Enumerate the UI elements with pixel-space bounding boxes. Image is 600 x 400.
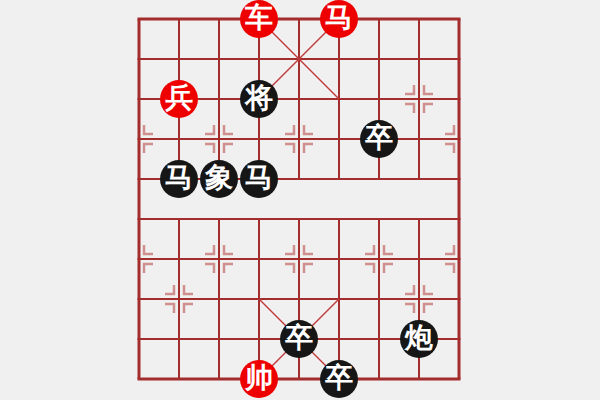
position-mark <box>144 264 153 273</box>
position-mark <box>304 245 313 254</box>
position-mark <box>424 104 433 113</box>
piece-red-horse[interactable]: 马 <box>320 0 358 38</box>
position-mark <box>205 264 214 273</box>
position-mark <box>304 144 313 153</box>
position-mark <box>445 245 454 254</box>
piece-red-pawn[interactable]: 兵 <box>160 80 198 118</box>
position-mark <box>224 264 233 273</box>
screenshot-canvas: 车马兵将卒马象马卒炮帅卒 <box>0 0 600 400</box>
xiangqi-board[interactable]: 车马兵将卒马象马卒炮帅卒 <box>0 0 600 400</box>
position-mark <box>304 125 313 134</box>
position-mark <box>384 264 393 273</box>
position-mark <box>184 304 193 313</box>
position-mark <box>405 285 414 294</box>
piece-red-chariot[interactable]: 车 <box>240 0 278 38</box>
position-mark <box>224 245 233 254</box>
position-mark <box>144 144 153 153</box>
piece-black-horse[interactable]: 马 <box>160 160 198 198</box>
piece-black-pawn[interactable]: 卒 <box>320 360 358 398</box>
position-mark <box>405 304 414 313</box>
piece-black-horse[interactable]: 马 <box>240 160 278 198</box>
position-mark <box>384 245 393 254</box>
position-mark <box>205 245 214 254</box>
piece-black-pawn[interactable]: 卒 <box>280 320 318 358</box>
position-mark <box>285 125 294 134</box>
piece-black-general[interactable]: 将 <box>240 80 278 118</box>
position-mark <box>365 264 374 273</box>
position-mark <box>165 285 174 294</box>
position-mark <box>285 245 294 254</box>
position-mark <box>165 304 174 313</box>
position-mark <box>445 264 454 273</box>
position-mark <box>424 285 433 294</box>
piece-red-general[interactable]: 帅 <box>240 360 278 398</box>
position-mark <box>144 245 153 254</box>
position-mark <box>144 125 153 134</box>
position-mark <box>224 125 233 134</box>
position-mark <box>205 125 214 134</box>
position-mark <box>224 144 233 153</box>
position-mark <box>184 285 193 294</box>
piece-black-elephant[interactable]: 象 <box>200 160 238 198</box>
position-mark <box>304 264 313 273</box>
piece-black-pawn[interactable]: 卒 <box>360 120 398 158</box>
position-mark <box>285 264 294 273</box>
position-mark <box>405 104 414 113</box>
position-mark <box>285 144 294 153</box>
position-mark <box>424 85 433 94</box>
position-mark <box>424 304 433 313</box>
position-mark <box>205 144 214 153</box>
position-mark <box>365 245 374 254</box>
piece-black-cannon[interactable]: 炮 <box>400 320 438 358</box>
position-mark <box>445 144 454 153</box>
position-mark <box>405 85 414 94</box>
position-mark <box>445 125 454 134</box>
